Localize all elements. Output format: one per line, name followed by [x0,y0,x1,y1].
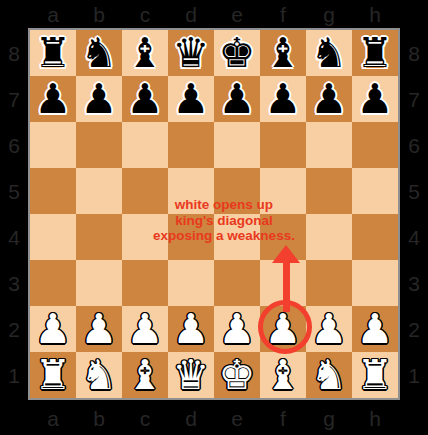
square-f6[interactable] [260,122,306,168]
square-c6[interactable] [122,122,168,168]
square-d1[interactable]: ♛ [168,352,214,398]
black-queen-d8: ♛ [173,30,210,76]
square-c4[interactable] [122,214,168,260]
file-labels-top: abcdefgh [30,0,398,28]
square-c7[interactable]: ♟ [122,76,168,122]
square-e3[interactable] [214,260,260,306]
square-g7[interactable]: ♟ [306,76,352,122]
square-b8[interactable]: ♞ [76,30,122,76]
rank-label-7-right: 7 [400,76,428,122]
square-b3[interactable] [76,260,122,306]
black-rook-h8: ♜ [357,30,394,76]
white-knight-g1: ♞ [311,352,348,398]
square-e1[interactable]: ♚ [214,352,260,398]
square-c3[interactable] [122,260,168,306]
square-d4[interactable] [168,214,214,260]
square-h6[interactable] [352,122,398,168]
rank-label-1-right: 1 [400,352,428,398]
square-a8[interactable]: ♜ [30,30,76,76]
annotation-circle-f2 [258,300,312,354]
rank-label-8-left: 8 [0,30,28,76]
rank-labels-left: 87654321 [0,30,28,398]
file-label-d-top: d [168,0,214,28]
white-rook-h1: ♜ [357,352,394,398]
square-b5[interactable] [76,168,122,214]
square-b4[interactable] [76,214,122,260]
black-pawn-b7: ♟ [81,76,118,122]
black-rook-a8: ♜ [35,30,72,76]
square-a4[interactable] [30,214,76,260]
square-e6[interactable] [214,122,260,168]
square-a1[interactable]: ♜ [30,352,76,398]
black-pawn-e7: ♟ [219,76,256,122]
square-a5[interactable] [30,168,76,214]
square-f1[interactable]: ♝ [260,352,306,398]
chess-diagram: abcdefgh abcdefgh 87654321 87654321 ♜♞♝♛… [0,0,428,435]
white-pawn-b2: ♟ [81,306,118,352]
file-label-f-top: f [260,0,306,28]
black-pawn-a7: ♟ [35,76,72,122]
board-frame: ♜♞♝♛♚♝♞♜♟♟♟♟♟♟♟♟♟♟♟♟♟♟♟♟♜♞♝♛♚♝♞♜ white o… [28,28,400,400]
white-pawn-e2: ♟ [219,306,256,352]
black-knight-g8: ♞ [311,30,348,76]
square-g8[interactable]: ♞ [306,30,352,76]
file-label-g-top: g [306,0,352,28]
rank-label-2-left: 2 [0,306,28,352]
black-king-e8: ♚ [219,30,256,76]
file-label-a-top: a [30,0,76,28]
square-b6[interactable] [76,122,122,168]
square-c8[interactable]: ♝ [122,30,168,76]
rank-label-2-right: 2 [400,306,428,352]
white-bishop-f1: ♝ [265,352,302,398]
square-d7[interactable]: ♟ [168,76,214,122]
square-b2[interactable]: ♟ [76,306,122,352]
file-label-b-top: b [76,0,122,28]
square-e4[interactable] [214,214,260,260]
square-d2[interactable]: ♟ [168,306,214,352]
rank-label-5-right: 5 [400,168,428,214]
black-pawn-h7: ♟ [357,76,394,122]
square-e7[interactable]: ♟ [214,76,260,122]
white-knight-b1: ♞ [81,352,118,398]
white-queen-d1: ♛ [173,352,210,398]
rank-label-3-left: 3 [0,260,28,306]
square-h3[interactable] [352,260,398,306]
black-pawn-g7: ♟ [311,76,348,122]
file-label-f-bottom: f [260,402,306,435]
square-e8[interactable]: ♚ [214,30,260,76]
file-labels-bottom: abcdefgh [30,402,398,435]
file-label-c-top: c [122,0,168,28]
rank-label-5-left: 5 [0,168,28,214]
square-c1[interactable]: ♝ [122,352,168,398]
square-e2[interactable]: ♟ [214,306,260,352]
square-b7[interactable]: ♟ [76,76,122,122]
black-pawn-d7: ♟ [173,76,210,122]
white-pawn-g2: ♟ [311,306,348,352]
square-f5[interactable] [260,168,306,214]
file-label-h-bottom: h [352,402,398,435]
square-h2[interactable]: ♟ [352,306,398,352]
square-g3[interactable] [306,260,352,306]
square-f8[interactable]: ♝ [260,30,306,76]
square-d6[interactable] [168,122,214,168]
black-bishop-c8: ♝ [127,30,164,76]
square-g1[interactable]: ♞ [306,352,352,398]
square-a6[interactable] [30,122,76,168]
square-h4[interactable] [352,214,398,260]
white-pawn-d2: ♟ [173,306,210,352]
square-e5[interactable] [214,168,260,214]
square-d5[interactable] [168,168,214,214]
file-label-b-bottom: b [76,402,122,435]
file-label-h-top: h [352,0,398,28]
square-a7[interactable]: ♟ [30,76,76,122]
square-b1[interactable]: ♞ [76,352,122,398]
board: ♜♞♝♛♚♝♞♜♟♟♟♟♟♟♟♟♟♟♟♟♟♟♟♟♜♞♝♛♚♝♞♜ [30,30,398,398]
rank-label-7-left: 7 [0,76,28,122]
square-h5[interactable] [352,168,398,214]
white-pawn-h2: ♟ [357,306,394,352]
square-d8[interactable]: ♛ [168,30,214,76]
rank-labels-right: 87654321 [400,30,428,398]
rank-label-8-right: 8 [400,30,428,76]
rank-label-6-left: 6 [0,122,28,168]
square-g4[interactable] [306,214,352,260]
square-g5[interactable] [306,168,352,214]
white-king-e1: ♚ [219,352,256,398]
file-label-a-bottom: a [30,402,76,435]
file-label-c-bottom: c [122,402,168,435]
white-pawn-a2: ♟ [35,306,72,352]
black-bishop-f8: ♝ [265,30,302,76]
white-rook-a1: ♜ [35,352,72,398]
rank-label-4-left: 4 [0,214,28,260]
square-g6[interactable] [306,122,352,168]
file-label-d-bottom: d [168,402,214,435]
square-d3[interactable] [168,260,214,306]
square-a2[interactable]: ♟ [30,306,76,352]
square-c2[interactable]: ♟ [122,306,168,352]
white-bishop-c1: ♝ [127,352,164,398]
rank-label-6-right: 6 [400,122,428,168]
square-f7[interactable]: ♟ [260,76,306,122]
file-label-e-top: e [214,0,260,28]
black-knight-b8: ♞ [81,30,118,76]
square-g2[interactable]: ♟ [306,306,352,352]
rank-label-4-right: 4 [400,214,428,260]
black-pawn-f7: ♟ [265,76,302,122]
annotation-arrow-head-icon [272,245,300,263]
black-pawn-c7: ♟ [127,76,164,122]
rank-label-3-right: 3 [400,260,428,306]
square-h8[interactable]: ♜ [352,30,398,76]
square-a3[interactable] [30,260,76,306]
rank-label-1-left: 1 [0,352,28,398]
file-label-g-bottom: g [306,402,352,435]
square-h7[interactable]: ♟ [352,76,398,122]
white-pawn-c2: ♟ [127,306,164,352]
file-label-e-bottom: e [214,402,260,435]
square-h1[interactable]: ♜ [352,352,398,398]
square-c5[interactable] [122,168,168,214]
